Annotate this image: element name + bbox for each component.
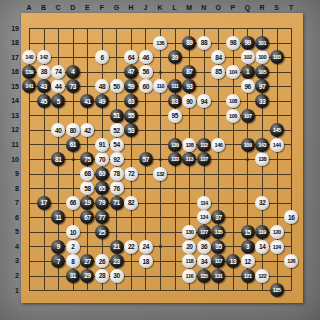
stone-white-84[interactable]: 84 bbox=[211, 50, 225, 64]
row-label-2: 2 bbox=[2, 271, 19, 280]
column-label-B: B bbox=[37, 3, 51, 12]
stone-white-68[interactable]: 68 bbox=[80, 167, 94, 181]
column-label-L: L bbox=[168, 3, 182, 12]
stone-white-90[interactable]: 90 bbox=[182, 94, 196, 108]
stone-white-114[interactable]: 114 bbox=[197, 196, 211, 210]
row-label-13: 13 bbox=[2, 111, 19, 120]
stone-black-89[interactable]: 89 bbox=[182, 36, 196, 50]
stone-black-113[interactable]: 113 bbox=[182, 152, 196, 166]
stone-black-7[interactable]: 7 bbox=[51, 254, 65, 268]
stone-white-88[interactable]: 88 bbox=[197, 36, 211, 50]
stone-black-141[interactable]: 141 bbox=[22, 79, 36, 93]
stone-black-111[interactable]: 111 bbox=[168, 79, 182, 93]
stone-white-91[interactable]: 91 bbox=[95, 138, 109, 152]
star-point-D10 bbox=[72, 158, 75, 161]
stone-black-105[interactable]: 105 bbox=[255, 65, 269, 79]
column-label-M: M bbox=[182, 3, 196, 12]
star-point-Q10 bbox=[246, 158, 249, 161]
stone-black-5[interactable]: 5 bbox=[51, 94, 65, 108]
column-label-F: F bbox=[95, 3, 109, 12]
row-label-18: 18 bbox=[2, 38, 19, 47]
column-label-P: P bbox=[226, 3, 240, 12]
stone-black-93[interactable]: 93 bbox=[182, 79, 196, 93]
stone-black-61[interactable]: 61 bbox=[66, 138, 80, 152]
stone-white-16[interactable]: 16 bbox=[284, 210, 298, 224]
stone-white-28[interactable]: 28 bbox=[95, 269, 109, 283]
stone-black-127[interactable]: 127 bbox=[197, 225, 211, 239]
column-label-S: S bbox=[270, 3, 284, 12]
stone-black-99[interactable]: 99 bbox=[241, 36, 255, 50]
stone-black-35[interactable]: 35 bbox=[211, 240, 225, 254]
stone-white-110[interactable]: 110 bbox=[153, 79, 167, 93]
stone-black-4[interactable]: 4 bbox=[66, 65, 80, 79]
stone-black-121[interactable]: 121 bbox=[241, 269, 255, 283]
stone-white-30[interactable]: 30 bbox=[110, 269, 124, 283]
stone-white-100[interactable]: 100 bbox=[255, 50, 269, 64]
stone-white-95[interactable]: 95 bbox=[168, 109, 182, 123]
column-label-K: K bbox=[153, 3, 167, 12]
stone-white-104[interactable]: 104 bbox=[226, 65, 240, 79]
stone-white-54[interactable]: 54 bbox=[110, 138, 124, 152]
stone-black-27[interactable]: 27 bbox=[80, 254, 94, 268]
row-label-16: 16 bbox=[2, 67, 19, 76]
stone-white-108[interactable]: 108 bbox=[226, 94, 240, 108]
stone-white-18[interactable]: 18 bbox=[139, 254, 153, 268]
star-point-K16 bbox=[159, 71, 162, 74]
column-label-C: C bbox=[51, 3, 65, 12]
stone-black-75[interactable]: 75 bbox=[80, 152, 94, 166]
stone-white-76[interactable]: 76 bbox=[110, 181, 124, 195]
row-label-11: 11 bbox=[2, 140, 19, 149]
stone-white-24[interactable]: 24 bbox=[139, 240, 153, 254]
stone-black-65[interactable]: 65 bbox=[95, 181, 109, 195]
stone-black-53[interactable]: 53 bbox=[124, 123, 138, 137]
stone-black-131[interactable]: 131 bbox=[211, 269, 225, 283]
stone-black-119[interactable]: 119 bbox=[255, 225, 269, 239]
stone-white-26[interactable]: 26 bbox=[95, 254, 109, 268]
stone-white-82[interactable]: 82 bbox=[124, 196, 138, 210]
star-point-K10 bbox=[159, 158, 162, 161]
stone-black-37[interactable]: 37 bbox=[211, 210, 225, 224]
column-label-H: H bbox=[124, 3, 138, 12]
stone-white-94[interactable]: 94 bbox=[197, 94, 211, 108]
stone-white-66[interactable]: 66 bbox=[66, 196, 80, 210]
stone-white-8[interactable]: 8 bbox=[66, 254, 80, 268]
stone-black-21[interactable]: 21 bbox=[110, 240, 124, 254]
stone-white-80[interactable]: 80 bbox=[66, 123, 80, 137]
star-point-K4 bbox=[159, 245, 162, 248]
row-label-17: 17 bbox=[2, 53, 19, 62]
stone-black-63[interactable]: 63 bbox=[124, 94, 138, 108]
stone-black-135[interactable]: 135 bbox=[211, 225, 225, 239]
stone-black-39[interactable]: 39 bbox=[168, 50, 182, 64]
stone-white-106[interactable]: 106 bbox=[226, 109, 240, 123]
stone-white-120[interactable]: 120 bbox=[270, 225, 284, 239]
stone-white-138[interactable]: 138 bbox=[255, 152, 269, 166]
stone-white-46[interactable]: 46 bbox=[139, 50, 153, 64]
column-label-J: J bbox=[138, 3, 152, 12]
row-label-19: 19 bbox=[2, 24, 19, 33]
column-label-G: G bbox=[109, 3, 123, 12]
stone-white-32[interactable]: 32 bbox=[255, 196, 269, 210]
stone-black-125[interactable]: 125 bbox=[270, 283, 284, 297]
stone-black-47[interactable]: 47 bbox=[124, 65, 138, 79]
stone-black-83[interactable]: 83 bbox=[168, 94, 182, 108]
stone-white-40[interactable]: 40 bbox=[51, 123, 65, 137]
stone-black-15[interactable]: 15 bbox=[241, 225, 255, 239]
stone-white-58[interactable]: 58 bbox=[80, 181, 94, 195]
stone-white-78[interactable]: 78 bbox=[110, 167, 124, 181]
column-label-A: A bbox=[22, 3, 36, 12]
stone-white-116[interactable]: 116 bbox=[182, 269, 196, 283]
stone-black-23[interactable]: 23 bbox=[110, 254, 124, 268]
stone-black-43[interactable]: 43 bbox=[37, 79, 51, 93]
column-label-O: O bbox=[211, 3, 225, 12]
row-label-9: 9 bbox=[2, 169, 19, 178]
stone-black-77[interactable]: 77 bbox=[95, 210, 109, 224]
stone-white-38[interactable]: 38 bbox=[37, 65, 51, 79]
stone-white-44[interactable]: 44 bbox=[51, 79, 65, 93]
column-label-R: R bbox=[255, 3, 269, 12]
stone-black-55[interactable]: 55 bbox=[124, 109, 138, 123]
stone-white-146[interactable]: 146 bbox=[211, 138, 225, 152]
stone-black-145[interactable]: 145 bbox=[270, 123, 284, 137]
stone-white-12[interactable]: 12 bbox=[241, 254, 255, 268]
stone-white-56[interactable]: 56 bbox=[139, 65, 153, 79]
stone-black-19[interactable]: 19 bbox=[80, 196, 94, 210]
stone-white-20[interactable]: 20 bbox=[182, 240, 196, 254]
column-label-T: T bbox=[284, 3, 298, 12]
row-label-3: 3 bbox=[2, 256, 19, 265]
stone-black-129[interactable]: 129 bbox=[168, 138, 182, 152]
stone-white-6[interactable]: 6 bbox=[95, 50, 109, 64]
stone-white-64[interactable]: 64 bbox=[124, 50, 138, 64]
stone-white-130[interactable]: 130 bbox=[182, 225, 196, 239]
stone-black-73[interactable]: 73 bbox=[66, 79, 80, 93]
row-label-6: 6 bbox=[2, 213, 19, 222]
stone-black-103[interactable]: 103 bbox=[270, 50, 284, 64]
stone-white-96[interactable]: 96 bbox=[241, 79, 255, 93]
stone-black-137[interactable]: 137 bbox=[197, 152, 211, 166]
stone-white-22[interactable]: 22 bbox=[124, 240, 138, 254]
row-label-10: 10 bbox=[2, 155, 19, 164]
stone-black-3[interactable]: 3 bbox=[241, 240, 255, 254]
stone-black-29[interactable]: 29 bbox=[80, 269, 94, 283]
stone-white-122[interactable]: 122 bbox=[255, 269, 269, 283]
row-label-4: 4 bbox=[2, 242, 19, 251]
stone-black-79[interactable]: 79 bbox=[95, 196, 109, 210]
stone-black-25[interactable]: 25 bbox=[95, 225, 109, 239]
stone-black-49[interactable]: 49 bbox=[95, 94, 109, 108]
stone-black-109[interactable]: 109 bbox=[241, 138, 255, 152]
stone-black-81[interactable]: 81 bbox=[51, 152, 65, 166]
stone-black-133[interactable]: 133 bbox=[168, 152, 182, 166]
stone-white-85[interactable]: 85 bbox=[211, 65, 225, 79]
stone-white-102[interactable]: 102 bbox=[241, 50, 255, 64]
stone-black-69[interactable]: 69 bbox=[95, 167, 109, 181]
stone-black-59[interactable]: 59 bbox=[124, 79, 138, 93]
stone-black-71[interactable]: 71 bbox=[110, 196, 124, 210]
stone-white-2[interactable]: 2 bbox=[66, 240, 80, 254]
stone-black-87[interactable]: 87 bbox=[182, 65, 196, 79]
row-label-5: 5 bbox=[2, 227, 19, 236]
stone-black-45[interactable]: 45 bbox=[37, 94, 51, 108]
stone-black-107[interactable]: 107 bbox=[241, 109, 255, 123]
stone-white-10[interactable]: 10 bbox=[66, 225, 80, 239]
stone-white-136[interactable]: 136 bbox=[153, 36, 167, 50]
stone-black-33[interactable]: 33 bbox=[255, 94, 269, 108]
stone-white-142[interactable]: 142 bbox=[37, 50, 51, 64]
grid-line-horizontal bbox=[29, 290, 292, 291]
row-label-1: 1 bbox=[2, 286, 19, 295]
stone-white-124[interactable]: 124 bbox=[270, 240, 284, 254]
row-label-14: 14 bbox=[2, 96, 19, 105]
stone-white-140[interactable]: 140 bbox=[22, 50, 36, 64]
stone-white-36[interactable]: 36 bbox=[197, 240, 211, 254]
stone-white-134[interactable]: 134 bbox=[197, 210, 211, 224]
stone-white-72[interactable]: 72 bbox=[124, 167, 138, 181]
stone-white-98[interactable]: 98 bbox=[226, 36, 240, 50]
stone-black-9[interactable]: 9 bbox=[51, 240, 65, 254]
stone-black-31[interactable]: 31 bbox=[66, 269, 80, 283]
column-label-E: E bbox=[80, 3, 94, 12]
column-label-D: D bbox=[66, 3, 80, 12]
grid-line-horizontal bbox=[29, 188, 292, 189]
stone-white-144[interactable]: 144 bbox=[270, 138, 284, 152]
stone-white-48[interactable]: 48 bbox=[95, 79, 109, 93]
stone-white-126[interactable]: 126 bbox=[284, 254, 298, 268]
stone-black-115[interactable]: 115 bbox=[197, 269, 211, 283]
stone-white-118[interactable]: 118 bbox=[182, 254, 196, 268]
stone-white-132[interactable]: 132 bbox=[153, 167, 167, 181]
stone-black-97[interactable]: 97 bbox=[255, 79, 269, 93]
stone-black-51[interactable]: 51 bbox=[110, 109, 124, 123]
row-label-15: 15 bbox=[2, 82, 19, 91]
stone-white-128[interactable]: 128 bbox=[182, 138, 196, 152]
stone-black-13[interactable]: 13 bbox=[226, 254, 240, 268]
stone-white-50[interactable]: 50 bbox=[110, 79, 124, 93]
stone-black-67[interactable]: 67 bbox=[80, 210, 94, 224]
stone-black-101[interactable]: 101 bbox=[255, 36, 269, 50]
stone-black-57[interactable]: 57 bbox=[139, 152, 153, 166]
stone-black-143[interactable]: 143 bbox=[255, 138, 269, 152]
stone-white-52[interactable]: 52 bbox=[110, 123, 124, 137]
grid-line-vertical bbox=[291, 28, 292, 291]
stone-black-1[interactable]: 1 bbox=[241, 65, 255, 79]
row-label-8: 8 bbox=[2, 184, 19, 193]
stone-black-41[interactable]: 41 bbox=[80, 94, 94, 108]
stone-black-17[interactable]: 17 bbox=[37, 196, 51, 210]
column-label-Q: Q bbox=[240, 3, 254, 12]
stone-black-117[interactable]: 117 bbox=[211, 254, 225, 268]
stone-white-14[interactable]: 14 bbox=[255, 240, 269, 254]
column-label-N: N bbox=[197, 3, 211, 12]
row-label-12: 12 bbox=[2, 125, 19, 134]
stone-black-11[interactable]: 11 bbox=[51, 210, 65, 224]
board-frame: ABCDEFGHJKLMNOPQRST 19181716151413121110… bbox=[0, 0, 320, 320]
stone-black-139[interactable]: 139 bbox=[22, 65, 36, 79]
stone-white-70[interactable]: 70 bbox=[95, 152, 109, 166]
stone-white-42[interactable]: 42 bbox=[80, 123, 94, 137]
stone-white-92[interactable]: 92 bbox=[110, 152, 124, 166]
stone-white-74[interactable]: 74 bbox=[51, 65, 65, 79]
row-label-7: 7 bbox=[2, 198, 19, 207]
stone-black-112[interactable]: 112 bbox=[197, 138, 211, 152]
grid-line-horizontal bbox=[29, 217, 292, 218]
go-board[interactable]: 1234567891011121314151617181920212223242… bbox=[21, 13, 303, 303]
stone-white-60[interactable]: 60 bbox=[139, 79, 153, 93]
stone-white-34[interactable]: 34 bbox=[197, 254, 211, 268]
